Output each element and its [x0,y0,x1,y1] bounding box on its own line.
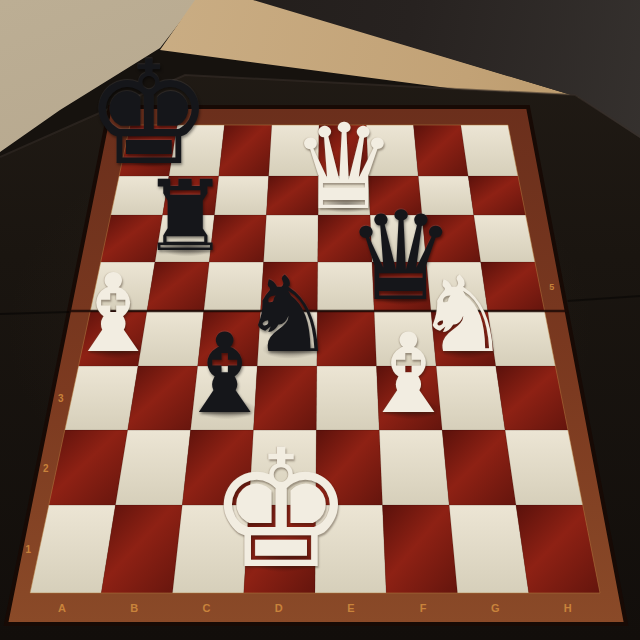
rank-label-left-3: 3 [58,393,64,404]
file-label-c: C [203,602,211,614]
piece-black-bishop-c3[interactable]: ♝ [175,319,274,429]
piece-white-king-d1[interactable]: ♚ [208,428,354,591]
square-f1[interactable] [383,505,458,593]
square-b2[interactable] [116,430,191,505]
rank-label-right-5: 5 [549,282,554,292]
piece-white-bishop-f3[interactable]: ♝ [359,319,458,429]
rank-label-left-2: 2 [43,463,49,474]
square-g8[interactable] [414,125,469,176]
file-label-e: E [347,602,354,614]
file-label-b: B [130,602,138,614]
square-g1[interactable] [449,505,529,593]
file-label-d: D [275,602,283,614]
file-label-a: A [58,602,66,614]
square-f2[interactable] [379,430,449,505]
rank-label-left-1: 1 [26,544,32,555]
file-label-g: G [491,602,500,614]
square-h7[interactable] [468,176,526,215]
square-g2[interactable] [442,430,516,505]
file-label-h: H [564,602,572,614]
piece-white-bishop-a4[interactable]: ♝ [65,260,162,368]
square-b1[interactable] [101,505,182,593]
file-label-f: F [420,602,427,614]
